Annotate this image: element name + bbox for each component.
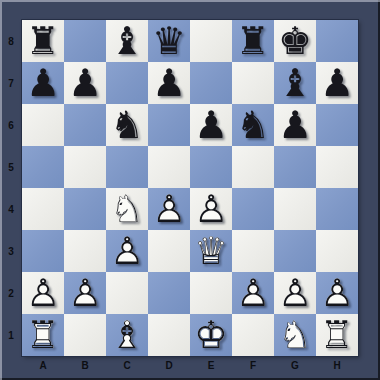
black-rook[interactable]: ♜ [22,20,64,62]
square-g2[interactable]: ♟♙ [274,272,316,314]
square-b4[interactable] [64,188,106,230]
piece-glyph: ♞ [232,104,274,146]
black-queen[interactable]: ♛ [148,20,190,62]
square-c4[interactable]: ♞♘ [106,188,148,230]
file-label-f: F [232,356,274,380]
piece-glyph: ♙ [316,272,358,314]
file-label-h: H [316,356,358,380]
white-pawn[interactable]: ♟♙ [232,272,274,314]
square-f5[interactable] [232,146,274,188]
piece-glyph: ♟ [22,62,64,104]
piece-glyph: ♚ [274,20,316,62]
square-c2[interactable] [106,272,148,314]
white-pawn[interactable]: ♟♙ [106,230,148,272]
square-f4[interactable] [232,188,274,230]
square-d6[interactable] [148,104,190,146]
file-label-a: A [22,356,64,380]
piece-glyph: ♖ [22,314,64,356]
white-pawn[interactable]: ♟♙ [316,272,358,314]
piece-glyph: ♙ [274,272,316,314]
square-f6[interactable]: ♞ [232,104,274,146]
black-pawn[interactable]: ♟ [148,62,190,104]
piece-glyph: ♙ [148,188,190,230]
square-a8[interactable]: ♜ [22,20,64,62]
black-king[interactable]: ♚ [274,20,316,62]
white-pawn[interactable]: ♟♙ [64,272,106,314]
rank-labels: 87654321 [0,20,22,356]
square-d5[interactable] [148,146,190,188]
square-e1[interactable]: ♚♔ [190,314,232,356]
file-labels: ABCDEFGH [22,356,358,380]
square-a6[interactable] [22,104,64,146]
file-label-e: E [190,356,232,380]
square-b2[interactable]: ♟♙ [64,272,106,314]
rank-label-2: 2 [0,272,22,314]
square-h8[interactable] [316,20,358,62]
white-pawn[interactable]: ♟♙ [190,188,232,230]
square-a1[interactable]: ♜♖ [22,314,64,356]
rank-label-5: 5 [0,146,22,188]
white-knight[interactable]: ♞♘ [106,188,148,230]
square-f1[interactable] [232,314,274,356]
white-pawn[interactable]: ♟♙ [22,272,64,314]
square-g8[interactable]: ♚ [274,20,316,62]
square-c7[interactable] [106,62,148,104]
file-label-d: D [148,356,190,380]
square-f2[interactable]: ♟♙ [232,272,274,314]
file-label-g: G [274,356,316,380]
white-queen[interactable]: ♛♕ [190,230,232,272]
square-e3[interactable]: ♛♕ [190,230,232,272]
square-f3[interactable] [232,230,274,272]
square-c6[interactable]: ♞ [106,104,148,146]
black-rook[interactable]: ♜ [232,20,274,62]
square-b7[interactable]: ♟ [64,62,106,104]
piece-glyph: ♘ [274,314,316,356]
chess-board: ♜♝♛♜♚♟♟♟♝♟♞♟♞♟♞♘♟♙♟♙♟♙♛♕♟♙♟♙♟♙♟♙♟♙♜♖♝♗♚♔… [22,20,358,356]
black-pawn[interactable]: ♟ [22,62,64,104]
file-label-b: B [64,356,106,380]
square-a7[interactable]: ♟ [22,62,64,104]
piece-glyph: ♙ [106,230,148,272]
square-g5[interactable] [274,146,316,188]
piece-glyph: ♙ [64,272,106,314]
piece-glyph: ♟ [64,62,106,104]
rank-label-8: 8 [0,20,22,62]
square-e7[interactable] [190,62,232,104]
piece-glyph: ♙ [190,188,232,230]
piece-glyph: ♘ [106,188,148,230]
square-d4[interactable]: ♟♙ [148,188,190,230]
white-rook[interactable]: ♜♖ [22,314,64,356]
black-bishop[interactable]: ♝ [106,20,148,62]
square-h2[interactable]: ♟♙ [316,272,358,314]
square-g7[interactable]: ♝ [274,62,316,104]
square-g6[interactable]: ♟ [274,104,316,146]
square-b6[interactable] [64,104,106,146]
square-e4[interactable]: ♟♙ [190,188,232,230]
black-knight[interactable]: ♞ [106,104,148,146]
black-bishop[interactable]: ♝ [274,62,316,104]
square-c1[interactable]: ♝♗ [106,314,148,356]
chess-board-frame: 87654321 ♜♝♛♜♚♟♟♟♝♟♞♟♞♟♞♘♟♙♟♙♟♙♛♕♟♙♟♙♟♙♟… [0,0,380,380]
black-pawn[interactable]: ♟ [64,62,106,104]
white-knight[interactable]: ♞♘ [274,314,316,356]
white-rook[interactable]: ♜♖ [316,314,358,356]
square-b1[interactable] [64,314,106,356]
piece-glyph: ♟ [316,62,358,104]
square-c5[interactable] [106,146,148,188]
square-c8[interactable]: ♝ [106,20,148,62]
black-knight[interactable]: ♞ [232,104,274,146]
piece-glyph: ♜ [22,20,64,62]
piece-glyph: ♟ [148,62,190,104]
rank-label-4: 4 [0,188,22,230]
piece-glyph: ♙ [232,272,274,314]
square-b3[interactable] [64,230,106,272]
square-f7[interactable] [232,62,274,104]
square-d1[interactable] [148,314,190,356]
square-h6[interactable] [316,104,358,146]
rank-label-3: 3 [0,230,22,272]
square-a2[interactable]: ♟♙ [22,272,64,314]
square-g3[interactable] [274,230,316,272]
square-d3[interactable] [148,230,190,272]
black-pawn[interactable]: ♟ [316,62,358,104]
white-pawn[interactable]: ♟♙ [148,188,190,230]
square-e6[interactable]: ♟ [190,104,232,146]
piece-glyph: ♛ [148,20,190,62]
white-pawn[interactable]: ♟♙ [274,272,316,314]
black-pawn[interactable]: ♟ [274,104,316,146]
square-e2[interactable] [190,272,232,314]
white-king[interactable]: ♚♔ [190,314,232,356]
rank-label-6: 6 [0,104,22,146]
square-e8[interactable] [190,20,232,62]
piece-glyph: ♝ [274,62,316,104]
square-h1[interactable]: ♜♖ [316,314,358,356]
piece-glyph: ♖ [316,314,358,356]
square-a3[interactable] [22,230,64,272]
square-d2[interactable] [148,272,190,314]
square-e5[interactable] [190,146,232,188]
piece-glyph: ♗ [106,314,148,356]
square-h3[interactable] [316,230,358,272]
square-d8[interactable]: ♛ [148,20,190,62]
square-g4[interactable] [274,188,316,230]
square-h5[interactable] [316,146,358,188]
square-a5[interactable] [22,146,64,188]
square-h7[interactable]: ♟ [316,62,358,104]
file-label-c: C [106,356,148,380]
white-bishop[interactable]: ♝♗ [106,314,148,356]
piece-glyph: ♞ [106,104,148,146]
rank-label-1: 1 [0,314,22,356]
piece-glyph: ♝ [106,20,148,62]
square-h4[interactable] [316,188,358,230]
square-f8[interactable]: ♜ [232,20,274,62]
piece-glyph: ♟ [190,104,232,146]
rank-label-7: 7 [0,62,22,104]
piece-glyph: ♟ [274,104,316,146]
square-b5[interactable] [64,146,106,188]
black-pawn[interactable]: ♟ [190,104,232,146]
square-g1[interactable]: ♞♘ [274,314,316,356]
piece-glyph: ♕ [190,230,232,272]
piece-glyph: ♔ [190,314,232,356]
square-d7[interactable]: ♟ [148,62,190,104]
square-a4[interactable] [22,188,64,230]
square-b8[interactable] [64,20,106,62]
square-c3[interactable]: ♟♙ [106,230,148,272]
piece-glyph: ♜ [232,20,274,62]
piece-glyph: ♙ [22,272,64,314]
